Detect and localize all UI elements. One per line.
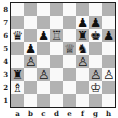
square-b3[interactable] (24, 68, 37, 81)
rank-label-6: 6 (0, 29, 10, 42)
square-a6[interactable]: ♛ (11, 29, 24, 42)
square-c8[interactable] (37, 3, 50, 16)
square-f3[interactable] (76, 68, 89, 81)
square-f1[interactable] (76, 94, 89, 107)
piece-white-pawn: ♙ (25, 55, 36, 68)
square-h5[interactable] (102, 42, 115, 55)
square-a8[interactable] (11, 3, 24, 16)
file-label-e: e (63, 109, 76, 118)
file-labels: abcdefgh (11, 109, 116, 118)
square-b1[interactable] (24, 94, 37, 107)
square-e5[interactable]: ♕ (63, 42, 76, 55)
piece-white-pawn: ♙ (103, 68, 114, 81)
square-d1[interactable] (50, 94, 63, 107)
rank-label-1: 1 (0, 94, 10, 107)
file-label-a: a (11, 109, 24, 118)
square-c5[interactable] (37, 42, 50, 55)
file-label-c: c (37, 109, 50, 118)
square-b4[interactable]: ♙ (24, 55, 37, 68)
square-h8[interactable] (102, 3, 115, 16)
piece-white-pawn: ♙ (38, 68, 49, 81)
rank-label-3: 3 (0, 68, 10, 81)
square-a2[interactable]: ♗ (11, 81, 24, 94)
square-a1[interactable] (11, 94, 24, 107)
file-label-d: d (50, 109, 63, 118)
square-e3[interactable] (63, 68, 76, 81)
square-g1[interactable] (89, 94, 102, 107)
square-c6[interactable]: ♟ (37, 29, 50, 42)
file-label-f: f (76, 109, 89, 118)
piece-white-bishop: ♗ (12, 81, 23, 94)
square-b7[interactable] (24, 16, 37, 29)
square-f4[interactable]: ♙ (76, 55, 89, 68)
piece-black-pawn: ♟ (38, 29, 49, 42)
file-label-g: g (89, 109, 102, 118)
piece-black-pawn: ♟ (103, 29, 114, 42)
square-g6[interactable]: ♚ (89, 29, 102, 42)
square-b8[interactable] (24, 3, 37, 16)
square-c2[interactable] (37, 81, 50, 94)
square-e1[interactable] (63, 94, 76, 107)
rank-label-8: 8 (0, 3, 10, 16)
square-d8[interactable] (50, 3, 63, 16)
square-g5[interactable] (89, 42, 102, 55)
rank-label-4: 4 (0, 55, 10, 68)
square-d5[interactable] (50, 42, 63, 55)
square-c3[interactable]: ♙ (37, 68, 50, 81)
square-e2[interactable] (63, 81, 76, 94)
square-d6[interactable]: ♖ (50, 29, 63, 42)
square-a5[interactable] (11, 42, 24, 55)
square-b2[interactable] (24, 81, 37, 94)
file-label-h: h (102, 109, 115, 118)
square-c1[interactable] (37, 94, 50, 107)
square-d4[interactable] (50, 55, 63, 68)
square-e4[interactable] (63, 55, 76, 68)
square-f2[interactable] (76, 81, 89, 94)
rank-label-2: 2 (0, 81, 10, 94)
piece-white-queen: ♕ (64, 42, 75, 55)
square-h1[interactable] (102, 94, 115, 107)
rank-labels: 87654321 (0, 3, 10, 108)
square-d3[interactable] (50, 68, 63, 81)
square-h3[interactable]: ♙ (102, 68, 115, 81)
piece-white-rook: ♖ (51, 29, 62, 42)
square-h2[interactable] (102, 81, 115, 94)
piece-black-king: ♚ (90, 29, 101, 42)
piece-black-queen: ♛ (12, 29, 23, 42)
square-h6[interactable]: ♟ (102, 29, 115, 42)
rank-label-5: 5 (0, 42, 10, 55)
square-d2[interactable] (50, 81, 63, 94)
file-label-b: b (24, 109, 37, 118)
square-e8[interactable] (63, 3, 76, 16)
square-g2[interactable]: ♔ (89, 81, 102, 94)
piece-white-pawn: ♙ (77, 55, 88, 68)
chess-board: ♟♟♛♟♖♜♚♟♟♕♞♙♙♜♙♙♙♗♔ (10, 2, 116, 108)
piece-white-king: ♔ (90, 81, 101, 94)
square-e7[interactable] (63, 16, 76, 29)
rank-label-7: 7 (0, 16, 10, 29)
chess-diagram: 87654321 ♟♟♛♟♖♜♚♟♟♕♞♙♙♜♙♙♙♗♔ abcdefgh (0, 0, 118, 118)
